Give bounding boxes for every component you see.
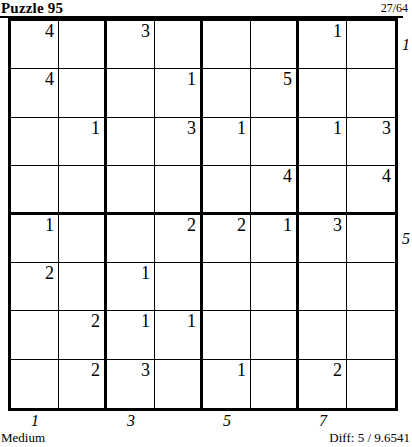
given-clue: 1 [91, 119, 100, 137]
cell-r2c2[interactable] [59, 69, 107, 117]
cell-r1c7[interactable]: 1 [299, 21, 347, 69]
cell-r3c5[interactable]: 1 [203, 118, 251, 166]
cell-r8c2[interactable]: 2 [59, 360, 107, 408]
cell-r7c7[interactable] [299, 311, 347, 359]
cell-r5c4[interactable]: 2 [155, 215, 203, 263]
cell-r6c8[interactable] [347, 263, 395, 311]
cell-r4c3[interactable] [107, 166, 155, 214]
cell-r5c7[interactable]: 3 [299, 215, 347, 263]
cell-r5c2[interactable] [59, 215, 107, 263]
cell-r2c6[interactable]: 5 [251, 69, 299, 117]
given-clue: 3 [141, 361, 150, 379]
cell-r5c6[interactable]: 1 [251, 215, 299, 263]
cell-r6c7[interactable] [299, 263, 347, 311]
cell-r3c1[interactable] [11, 118, 59, 166]
cell-r5c1[interactable]: 1 [11, 215, 59, 263]
given-clue: 1 [237, 119, 246, 137]
cell-r7c1[interactable] [11, 311, 59, 359]
cell-r1c8[interactable] [347, 21, 395, 69]
cell-r2c8[interactable] [347, 69, 395, 117]
cell-r6c2[interactable] [59, 263, 107, 311]
cell-r3c7[interactable]: 1 [299, 118, 347, 166]
col-label-5: 5 [223, 413, 231, 429]
cell-r1c2[interactable] [59, 21, 107, 69]
cell-r8c8[interactable] [347, 360, 395, 408]
col-label-1: 1 [31, 413, 39, 429]
col-label-3: 3 [127, 413, 135, 429]
given-clue: 3 [187, 119, 196, 137]
col-label-7: 7 [319, 413, 327, 429]
cell-r6c4[interactable] [155, 263, 203, 311]
given-clue: 3 [382, 119, 391, 137]
clue-counter: 27/64 [381, 2, 408, 14]
given-clue: 4 [45, 22, 54, 40]
cell-r4c5[interactable] [203, 166, 251, 214]
cell-r1c5[interactable] [203, 21, 251, 69]
cell-r5c8[interactable] [347, 215, 395, 263]
cell-r4c8[interactable]: 4 [347, 166, 395, 214]
given-clue: 5 [283, 70, 292, 88]
given-clue: 1 [283, 216, 292, 234]
cell-r1c6[interactable] [251, 21, 299, 69]
cell-r1c1[interactable]: 4 [11, 21, 59, 69]
cell-r2c5[interactable] [203, 69, 251, 117]
cell-r4c4[interactable] [155, 166, 203, 214]
given-clue: 2 [45, 264, 54, 282]
row-label-5: 5 [402, 231, 410, 247]
cell-r7c5[interactable] [203, 311, 251, 359]
cell-r5c3[interactable] [107, 215, 155, 263]
cell-r4c1[interactable] [11, 166, 59, 214]
cell-r3c3[interactable] [107, 118, 155, 166]
cell-r7c2[interactable]: 2 [59, 311, 107, 359]
cell-r6c5[interactable] [203, 263, 251, 311]
cell-r8c4[interactable] [155, 360, 203, 408]
given-clue: 2 [91, 312, 100, 330]
cell-r7c8[interactable] [347, 311, 395, 359]
cell-r2c3[interactable] [107, 69, 155, 117]
given-clue: 4 [382, 167, 391, 185]
cell-r3c6[interactable] [251, 118, 299, 166]
cell-r8c5[interactable]: 1 [203, 360, 251, 408]
difficulty-rating: Diff: 5 / 9.6541 [329, 431, 410, 445]
cell-r8c1[interactable] [11, 360, 59, 408]
cell-r3c4[interactable]: 3 [155, 118, 203, 166]
given-clue: 1 [141, 312, 150, 330]
cell-r8c7[interactable]: 2 [299, 360, 347, 408]
given-clue: 1 [237, 361, 246, 379]
cell-r4c7[interactable] [299, 166, 347, 214]
cell-r2c1[interactable]: 4 [11, 69, 59, 117]
given-clue: 3 [333, 216, 342, 234]
given-clue: 2 [91, 361, 100, 379]
cell-r7c6[interactable] [251, 311, 299, 359]
given-clue: 2 [237, 216, 246, 234]
cell-r4c6[interactable]: 4 [251, 166, 299, 214]
cell-r6c1[interactable]: 2 [11, 263, 59, 311]
cell-r7c4[interactable]: 1 [155, 311, 203, 359]
given-clue: 1 [333, 22, 342, 40]
given-clue: 1 [45, 216, 54, 234]
cell-r7c3[interactable]: 1 [107, 311, 155, 359]
given-clue: 1 [187, 70, 196, 88]
cell-r2c7[interactable] [299, 69, 347, 117]
cell-r3c8[interactable]: 3 [347, 118, 395, 166]
given-clue: 1 [141, 264, 150, 282]
given-clue: 4 [283, 167, 292, 185]
given-clue: 4 [45, 70, 54, 88]
row-label-1: 1 [402, 37, 410, 53]
page-title: Puzzle 95 [1, 1, 63, 16]
cell-r8c3[interactable]: 3 [107, 360, 155, 408]
cell-r5c5[interactable]: 2 [203, 215, 251, 263]
given-clue: 1 [333, 119, 342, 137]
given-clue: 3 [141, 22, 150, 40]
cell-r6c3[interactable]: 1 [107, 263, 155, 311]
cell-r1c3[interactable]: 3 [107, 21, 155, 69]
cell-r6c6[interactable] [251, 263, 299, 311]
cell-r4c2[interactable] [59, 166, 107, 214]
given-clue: 2 [187, 216, 196, 234]
cell-r8c6[interactable] [251, 360, 299, 408]
puzzle-grid: 431415131134412213212112312 [8, 18, 398, 411]
cell-r2c4[interactable]: 1 [155, 69, 203, 117]
given-clue: 1 [187, 312, 196, 330]
cell-r1c4[interactable] [155, 21, 203, 69]
puzzle-page: Puzzle 95 27/64 431415131134412213212112… [0, 0, 412, 447]
given-clue: 2 [333, 361, 342, 379]
cell-r3c2[interactable]: 1 [59, 118, 107, 166]
difficulty-level: Medium [1, 431, 45, 445]
